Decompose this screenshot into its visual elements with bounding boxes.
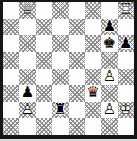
square-g1[interactable] [101,118,117,135]
square-c1[interactable] [36,118,52,135]
square-d8[interactable] [52,2,68,19]
white-rook-icon: ♜♖ [118,2,134,19]
square-d1[interactable] [52,118,68,135]
square-b6[interactable] [19,35,35,52]
black-queen-icon: ♛ [85,85,101,102]
square-d4[interactable] [52,69,68,86]
square-c5[interactable] [36,52,52,69]
square-h5[interactable] [118,52,134,69]
square-a4[interactable] [3,69,19,86]
square-e4[interactable] [69,69,85,86]
chess-board: ♛♕♜♖♟♚♟♟♙♟♛♟♙♜♟♙♚♔ [3,2,134,135]
square-h4[interactable] [118,69,134,86]
square-f1[interactable] [85,118,101,135]
square-a5[interactable] [3,52,19,69]
square-e5[interactable] [69,52,85,69]
square-b2[interactable]: ♟♙ [19,102,35,119]
black-pawn-icon: ♟ [118,35,134,52]
square-a1[interactable] [3,118,19,135]
black-rook-icon: ♜ [52,102,68,119]
square-g6[interactable]: ♚ [101,35,117,52]
square-h2[interactable]: ♚♔ [118,102,134,119]
square-a8[interactable] [3,2,19,19]
square-e1[interactable] [69,118,85,135]
square-b7[interactable] [19,19,35,36]
square-a3[interactable] [3,85,19,102]
square-f6[interactable] [85,35,101,52]
square-f5[interactable] [85,52,101,69]
square-c7[interactable] [36,19,52,36]
square-g4[interactable]: ♟♙ [101,69,117,86]
white-pawn-icon: ♟♙ [19,102,35,119]
square-a7[interactable] [3,19,19,36]
square-d7[interactable] [52,19,68,36]
square-e7[interactable] [69,19,85,36]
square-b8[interactable]: ♛♕ [19,2,35,19]
square-d2[interactable]: ♜ [52,102,68,119]
square-f8[interactable] [85,2,101,19]
square-c8[interactable] [36,2,52,19]
square-g2[interactable]: ♟♙ [101,102,117,119]
square-c4[interactable] [36,69,52,86]
square-c2[interactable] [36,102,52,119]
square-f3[interactable]: ♛ [85,85,101,102]
square-c3[interactable] [36,85,52,102]
square-b5[interactable] [19,52,35,69]
board-frame: ♛♕♜♖♟♚♟♟♙♟♛♟♙♜♟♙♚♔ [0,0,137,141]
square-f7[interactable] [85,19,101,36]
square-e8[interactable] [69,2,85,19]
square-a2[interactable] [3,102,19,119]
white-pawn-icon: ♟♙ [101,69,117,86]
square-h6[interactable]: ♟ [118,35,134,52]
square-f2[interactable] [85,102,101,119]
white-queen-icon: ♛♕ [19,2,35,19]
square-c6[interactable] [36,35,52,52]
square-h8[interactable]: ♜♖ [118,2,134,19]
square-e6[interactable] [69,35,85,52]
square-e3[interactable] [69,85,85,102]
black-king-icon: ♚ [101,35,117,52]
square-e2[interactable] [69,102,85,119]
square-d5[interactable] [52,52,68,69]
square-d6[interactable] [52,35,68,52]
white-king-icon: ♚♔ [118,102,134,119]
square-a6[interactable] [3,35,19,52]
white-pawn-icon: ♟♙ [101,102,117,119]
square-h1[interactable] [118,118,134,135]
square-b1[interactable] [19,118,35,135]
